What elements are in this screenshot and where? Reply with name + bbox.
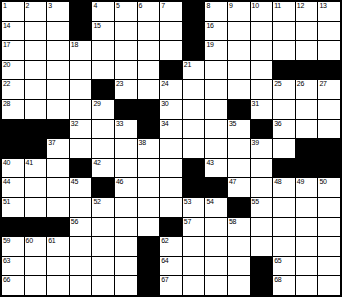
letter-cell[interactable] (25, 276, 47, 295)
letter-cell[interactable]: 3 (47, 2, 69, 21)
letter-cell[interactable] (228, 80, 250, 99)
letter-cell[interactable] (115, 257, 137, 276)
letter-cell[interactable]: 20 (2, 61, 24, 80)
blocked-cell (318, 139, 340, 158)
clue-number: 64 (161, 257, 168, 265)
letter-cell[interactable] (25, 178, 47, 197)
letter-cell[interactable] (47, 159, 69, 178)
letter-cell[interactable] (273, 41, 295, 60)
letter-cell[interactable] (251, 61, 273, 80)
letter-cell[interactable]: 10 (251, 2, 273, 21)
clue-number: 22 (3, 80, 10, 88)
clue-number: 48 (274, 178, 281, 186)
letter-cell[interactable]: 54 (205, 198, 227, 217)
letter-cell[interactable] (160, 139, 182, 158)
letter-cell[interactable] (318, 257, 340, 276)
letter-cell[interactable]: 35 (228, 120, 250, 139)
letter-cell[interactable]: 52 (92, 198, 114, 217)
letter-cell[interactable]: 59 (2, 237, 24, 256)
letter-cell[interactable] (115, 198, 137, 217)
clue-number: 67 (161, 276, 168, 284)
letter-cell[interactable] (296, 100, 318, 119)
letter-cell[interactable]: 2 (25, 2, 47, 21)
letter-cell[interactable] (115, 41, 137, 60)
blocked-cell (2, 218, 24, 237)
clue-number: 65 (274, 257, 281, 265)
letter-cell[interactable]: 44 (2, 178, 24, 197)
blocked-cell (2, 139, 24, 158)
clue-number: 62 (161, 237, 168, 245)
clue-number: 56 (71, 218, 78, 226)
clue-number: 50 (319, 178, 326, 186)
letter-cell[interactable]: 11 (273, 2, 295, 21)
letter-cell[interactable] (47, 100, 69, 119)
clue-number: 47 (229, 178, 236, 186)
letter-cell[interactable] (205, 139, 227, 158)
letter-cell[interactable]: 56 (70, 218, 92, 237)
clue-number: 11 (274, 2, 281, 10)
letter-cell[interactable] (228, 61, 250, 80)
clue-number: 55 (252, 198, 259, 206)
letter-cell[interactable]: 27 (318, 80, 340, 99)
letter-cell[interactable]: 41 (25, 159, 47, 178)
letter-cell[interactable] (92, 237, 114, 256)
clue-number: 66 (3, 276, 10, 284)
letter-cell[interactable]: 24 (160, 80, 182, 99)
letter-cell[interactable] (138, 218, 160, 237)
letter-cell[interactable]: 40 (2, 159, 24, 178)
letter-cell[interactable]: 36 (273, 120, 295, 139)
letter-cell[interactable] (183, 237, 205, 256)
clue-number: 51 (3, 198, 10, 206)
letter-cell[interactable]: 62 (160, 237, 182, 256)
blocked-cell (183, 22, 205, 41)
letter-cell[interactable]: 28 (2, 100, 24, 119)
blocked-cell (115, 100, 137, 119)
letter-cell[interactable] (25, 80, 47, 99)
letter-cell[interactable]: 33 (115, 120, 137, 139)
letter-cell[interactable] (183, 276, 205, 295)
clue-number: 31 (252, 100, 259, 108)
letter-cell[interactable] (160, 41, 182, 60)
clue-number: 49 (297, 178, 304, 186)
letter-cell[interactable] (138, 198, 160, 217)
letter-cell[interactable]: 53 (183, 198, 205, 217)
letter-cell[interactable] (273, 22, 295, 41)
letter-cell[interactable]: 19 (205, 41, 227, 60)
letter-cell[interactable] (138, 178, 160, 197)
blocked-cell (251, 276, 273, 295)
letter-cell[interactable] (273, 218, 295, 237)
letter-cell[interactable] (296, 22, 318, 41)
letter-cell[interactable] (160, 198, 182, 217)
letter-cell[interactable] (183, 120, 205, 139)
letter-cell[interactable] (115, 22, 137, 41)
blocked-cell (92, 178, 114, 197)
letter-cell[interactable] (70, 100, 92, 119)
letter-cell[interactable]: 12 (296, 2, 318, 21)
clue-number: 35 (229, 120, 236, 128)
letter-cell[interactable] (47, 61, 69, 80)
letter-cell[interactable] (228, 276, 250, 295)
blocked-cell (138, 276, 160, 295)
clue-number: 10 (252, 2, 259, 10)
blocked-cell (228, 198, 250, 217)
letter-cell[interactable]: 43 (205, 159, 227, 178)
letter-cell[interactable] (47, 178, 69, 197)
clue-number: 68 (274, 276, 281, 284)
letter-cell[interactable] (70, 237, 92, 256)
letter-cell[interactable] (47, 257, 69, 276)
blocked-cell (160, 61, 182, 80)
blocked-cell (138, 237, 160, 256)
letter-cell[interactable]: 13 (318, 2, 340, 21)
clue-number: 42 (93, 159, 100, 167)
blocked-cell (25, 218, 47, 237)
blocked-cell (47, 218, 69, 237)
letter-cell[interactable] (205, 257, 227, 276)
letter-cell[interactable]: 64 (160, 257, 182, 276)
blocked-cell (70, 159, 92, 178)
letter-cell[interactable] (70, 80, 92, 99)
letter-cell[interactable] (138, 80, 160, 99)
clue-number: 17 (3, 41, 10, 49)
letter-cell[interactable] (47, 22, 69, 41)
letter-cell[interactable]: 50 (318, 178, 340, 197)
blocked-cell (160, 218, 182, 237)
clue-number: 30 (161, 100, 168, 108)
letter-cell[interactable]: 21 (183, 61, 205, 80)
clue-number: 24 (161, 80, 168, 88)
clue-number: 38 (139, 139, 146, 147)
letter-cell[interactable]: 14 (2, 22, 24, 41)
letter-cell[interactable] (251, 178, 273, 197)
clue-number: 1 (3, 2, 7, 10)
letter-cell[interactable] (183, 80, 205, 99)
letter-cell[interactable] (318, 22, 340, 41)
blocked-cell (47, 120, 69, 139)
letter-cell[interactable] (318, 120, 340, 139)
letter-cell[interactable] (70, 61, 92, 80)
letter-cell[interactable] (273, 237, 295, 256)
letter-cell[interactable] (25, 41, 47, 60)
letter-cell[interactable]: 58 (228, 218, 250, 237)
letter-cell[interactable] (205, 100, 227, 119)
letter-cell[interactable] (205, 218, 227, 237)
clue-number: 36 (274, 120, 281, 128)
letter-cell[interactable] (296, 41, 318, 60)
letter-cell[interactable] (318, 237, 340, 256)
letter-cell[interactable] (251, 237, 273, 256)
clue-number: 43 (206, 159, 213, 167)
blocked-cell (318, 61, 340, 80)
letter-cell[interactable] (138, 159, 160, 178)
letter-cell[interactable] (92, 257, 114, 276)
letter-cell[interactable] (318, 100, 340, 119)
blocked-cell (251, 120, 273, 139)
letter-cell[interactable] (92, 41, 114, 60)
blocked-cell (138, 257, 160, 276)
letter-cell[interactable]: 25 (273, 80, 295, 99)
letter-cell[interactable] (318, 41, 340, 60)
clue-number: 61 (48, 237, 55, 245)
letter-cell[interactable] (183, 100, 205, 119)
letter-cell[interactable]: 32 (70, 120, 92, 139)
letter-cell[interactable]: 34 (160, 120, 182, 139)
blocked-cell (183, 41, 205, 60)
letter-cell[interactable] (115, 139, 137, 158)
letter-cell[interactable] (115, 61, 137, 80)
letter-cell[interactable]: 51 (2, 198, 24, 217)
clue-number: 2 (26, 2, 30, 10)
letter-cell[interactable] (205, 237, 227, 256)
blocked-cell (273, 61, 295, 80)
clue-number: 57 (184, 218, 191, 226)
letter-cell[interactable]: 61 (47, 237, 69, 256)
blocked-cell (25, 139, 47, 158)
letter-cell[interactable] (251, 41, 273, 60)
clue-number: 33 (116, 120, 123, 128)
letter-cell[interactable] (296, 257, 318, 276)
letter-cell[interactable]: 8 (205, 2, 227, 21)
letter-cell[interactable] (47, 80, 69, 99)
clue-number: 6 (139, 2, 143, 10)
clue-number: 54 (206, 198, 213, 206)
clue-number: 39 (252, 139, 259, 147)
blocked-cell (70, 2, 92, 21)
blocked-cell (183, 159, 205, 178)
letter-cell[interactable] (70, 257, 92, 276)
clue-number: 14 (3, 22, 10, 30)
letter-cell[interactable] (92, 276, 114, 295)
letter-cell[interactable] (251, 22, 273, 41)
letter-cell[interactable] (70, 198, 92, 217)
clue-number: 63 (3, 257, 10, 265)
letter-cell[interactable]: 6 (138, 2, 160, 21)
clue-number: 12 (297, 2, 304, 10)
letter-cell[interactable] (318, 218, 340, 237)
letter-cell[interactable]: 22 (2, 80, 24, 99)
letter-cell[interactable] (205, 61, 227, 80)
letter-cell[interactable]: 23 (115, 80, 137, 99)
blocked-cell (92, 80, 114, 99)
letter-cell[interactable]: 29 (92, 100, 114, 119)
letter-cell[interactable]: 15 (92, 22, 114, 41)
letter-cell[interactable] (183, 257, 205, 276)
blocked-cell (138, 120, 160, 139)
clue-number: 58 (229, 218, 236, 226)
blocked-cell (296, 61, 318, 80)
letter-cell[interactable] (228, 257, 250, 276)
letter-cell[interactable]: 37 (47, 139, 69, 158)
letter-cell[interactable] (160, 159, 182, 178)
letter-cell[interactable] (92, 139, 114, 158)
letter-cell[interactable] (205, 80, 227, 99)
letter-cell[interactable]: 39 (251, 139, 273, 158)
letter-cell[interactable] (296, 218, 318, 237)
letter-cell[interactable]: 5 (115, 2, 137, 21)
letter-cell[interactable] (296, 120, 318, 139)
blocked-cell (183, 178, 205, 197)
blocked-cell (25, 120, 47, 139)
letter-cell[interactable]: 4 (92, 2, 114, 21)
letter-cell[interactable] (160, 178, 182, 197)
letter-cell[interactable]: 7 (160, 2, 182, 21)
letter-cell[interactable] (273, 139, 295, 158)
letter-cell[interactable]: 16 (205, 22, 227, 41)
clue-number: 29 (93, 100, 100, 108)
clue-number: 45 (71, 178, 78, 186)
letter-cell[interactable]: 45 (70, 178, 92, 197)
clue-number: 52 (93, 198, 100, 206)
letter-cell[interactable] (318, 198, 340, 217)
blocked-cell (251, 257, 273, 276)
letter-cell[interactable]: 46 (115, 178, 137, 197)
clue-number: 5 (116, 2, 120, 10)
letter-cell[interactable] (251, 159, 273, 178)
blocked-cell (70, 22, 92, 41)
letter-cell[interactable]: 26 (296, 80, 318, 99)
letter-cell[interactable]: 55 (251, 198, 273, 217)
letter-cell[interactable] (228, 41, 250, 60)
letter-cell[interactable]: 48 (273, 178, 295, 197)
blocked-cell (228, 100, 250, 119)
letter-cell[interactable] (47, 276, 69, 295)
clue-number: 7 (161, 2, 165, 10)
letter-cell[interactable] (25, 198, 47, 217)
clue-number: 44 (3, 178, 10, 186)
letter-cell[interactable] (205, 120, 227, 139)
letter-cell[interactable] (70, 139, 92, 158)
letter-cell[interactable]: 42 (92, 159, 114, 178)
blocked-cell (138, 100, 160, 119)
clue-number: 19 (206, 41, 213, 49)
blocked-cell (318, 159, 340, 178)
letter-cell[interactable] (228, 159, 250, 178)
letter-cell[interactable] (115, 218, 137, 237)
clue-number: 37 (48, 139, 55, 147)
letter-cell[interactable] (25, 257, 47, 276)
clue-number: 3 (48, 2, 52, 10)
clue-number: 18 (71, 41, 78, 49)
letter-cell[interactable] (92, 120, 114, 139)
letter-cell[interactable]: 60 (25, 237, 47, 256)
letter-cell[interactable] (70, 276, 92, 295)
letter-cell[interactable]: 17 (2, 41, 24, 60)
letter-cell[interactable] (138, 22, 160, 41)
letter-cell[interactable] (228, 22, 250, 41)
letter-cell[interactable]: 18 (70, 41, 92, 60)
clue-number: 23 (116, 80, 123, 88)
letter-cell[interactable] (25, 22, 47, 41)
blocked-cell (183, 2, 205, 21)
letter-cell[interactable]: 67 (160, 276, 182, 295)
letter-cell[interactable]: 65 (273, 257, 295, 276)
clue-number: 25 (274, 80, 281, 88)
letter-cell[interactable] (273, 100, 295, 119)
letter-cell[interactable] (138, 61, 160, 80)
letter-cell[interactable] (92, 218, 114, 237)
letter-cell[interactable] (296, 198, 318, 217)
letter-cell[interactable] (228, 139, 250, 158)
clue-number: 27 (319, 80, 326, 88)
letter-cell[interactable] (47, 41, 69, 60)
letter-cell[interactable]: 30 (160, 100, 182, 119)
clue-number: 34 (161, 120, 168, 128)
letter-cell[interactable]: 63 (2, 257, 24, 276)
blocked-cell (2, 120, 24, 139)
clue-number: 8 (206, 2, 210, 10)
clue-number: 21 (184, 61, 191, 69)
clue-number: 4 (93, 2, 97, 10)
crossword-puzzle: 1234567891011121314151617181920212223242… (0, 0, 342, 297)
letter-cell[interactable]: 47 (228, 178, 250, 197)
letter-cell[interactable] (205, 276, 227, 295)
letter-cell[interactable] (47, 198, 69, 217)
letter-cell[interactable] (115, 276, 137, 295)
clue-number: 9 (229, 2, 233, 10)
clue-number: 32 (71, 120, 78, 128)
letter-cell[interactable]: 66 (2, 276, 24, 295)
clue-number: 13 (319, 2, 326, 10)
letter-cell[interactable]: 9 (228, 2, 250, 21)
letter-cell[interactable] (183, 139, 205, 158)
clue-number: 26 (297, 80, 304, 88)
clue-number: 15 (93, 22, 100, 30)
letter-cell[interactable] (25, 61, 47, 80)
letter-cell[interactable]: 31 (251, 100, 273, 119)
letter-cell[interactable] (296, 276, 318, 295)
letter-cell[interactable] (115, 159, 137, 178)
letter-cell[interactable] (318, 276, 340, 295)
letter-cell[interactable] (92, 61, 114, 80)
blocked-cell (205, 178, 227, 197)
letter-cell[interactable] (25, 100, 47, 119)
letter-cell[interactable]: 57 (183, 218, 205, 237)
letter-cell[interactable]: 49 (296, 178, 318, 197)
clue-number: 59 (3, 237, 10, 245)
clue-number: 60 (26, 237, 33, 245)
letter-cell[interactable] (251, 218, 273, 237)
letter-cell[interactable]: 38 (138, 139, 160, 158)
blocked-cell (273, 159, 295, 178)
letter-cell[interactable]: 68 (273, 276, 295, 295)
letter-cell[interactable] (296, 237, 318, 256)
clue-number: 41 (26, 159, 33, 167)
letter-cell[interactable] (138, 41, 160, 60)
letter-cell[interactable] (160, 22, 182, 41)
letter-cell[interactable] (115, 237, 137, 256)
crossword-board: 1234567891011121314151617181920212223242… (0, 0, 342, 297)
clue-number: 40 (3, 159, 10, 167)
letter-cell[interactable]: 1 (2, 2, 24, 21)
letter-cell[interactable] (273, 198, 295, 217)
clue-number: 16 (206, 22, 213, 30)
letter-cell[interactable] (251, 80, 273, 99)
letter-cell[interactable] (228, 237, 250, 256)
clue-number: 53 (184, 198, 191, 206)
blocked-cell (296, 139, 318, 158)
clue-number: 46 (116, 178, 123, 186)
clue-number: 20 (3, 61, 10, 69)
blocked-cell (296, 159, 318, 178)
clue-number: 28 (3, 100, 10, 108)
